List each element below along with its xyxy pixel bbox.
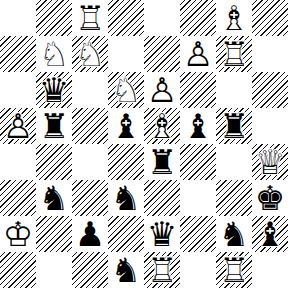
white-rook: ♖ bbox=[216, 252, 252, 288]
white-pawn: ♙ bbox=[180, 36, 216, 72]
square-c3[interactable] bbox=[72, 180, 108, 216]
white-king: ♔ bbox=[0, 216, 36, 252]
square-d3[interactable]: ♞♞ bbox=[108, 180, 144, 216]
white-bishop: ♗ bbox=[216, 0, 252, 36]
square-f4[interactable] bbox=[180, 144, 216, 180]
square-d4[interactable] bbox=[108, 144, 144, 180]
square-g1[interactable]: ♜♖ bbox=[216, 252, 252, 288]
square-b5[interactable]: ♜♜ bbox=[36, 108, 72, 144]
square-c4[interactable] bbox=[72, 144, 108, 180]
black-queen: ♛ bbox=[36, 72, 72, 108]
square-g5[interactable]: ♜♜ bbox=[216, 108, 252, 144]
black-bishop: ♝ bbox=[252, 216, 288, 252]
square-h7[interactable] bbox=[252, 36, 288, 72]
black-queen-fill: ♛ bbox=[36, 72, 72, 108]
black-pawn: ♟ bbox=[72, 216, 108, 252]
black-bishop: ♝ bbox=[180, 108, 216, 144]
square-e3[interactable] bbox=[144, 180, 180, 216]
white-pawn-fill: ♟ bbox=[180, 36, 216, 72]
square-a7[interactable] bbox=[0, 36, 36, 72]
square-h3[interactable]: ♚♚ bbox=[252, 180, 288, 216]
black-knight-fill: ♞ bbox=[36, 180, 72, 216]
square-e4[interactable]: ♜♜ bbox=[144, 144, 180, 180]
square-b4[interactable] bbox=[36, 144, 72, 180]
square-d6[interactable]: ♞♘ bbox=[108, 72, 144, 108]
square-b1[interactable] bbox=[36, 252, 72, 288]
square-e1[interactable]: ♜♖ bbox=[144, 252, 180, 288]
black-bishop-fill: ♝ bbox=[180, 108, 216, 144]
square-a4[interactable] bbox=[0, 144, 36, 180]
black-king-fill: ♚ bbox=[252, 180, 288, 216]
white-knight-fill: ♞ bbox=[36, 36, 72, 72]
square-f8[interactable] bbox=[180, 0, 216, 36]
square-c6[interactable] bbox=[72, 72, 108, 108]
square-h1[interactable] bbox=[252, 252, 288, 288]
black-knight-fill: ♞ bbox=[216, 216, 252, 252]
square-e8[interactable] bbox=[144, 0, 180, 36]
square-h8[interactable] bbox=[252, 0, 288, 36]
white-knight: ♘ bbox=[36, 36, 72, 72]
square-g2[interactable]: ♞♞ bbox=[216, 216, 252, 252]
white-bishop-fill: ♝ bbox=[216, 0, 252, 36]
square-g6[interactable] bbox=[216, 72, 252, 108]
square-f6[interactable] bbox=[180, 72, 216, 108]
white-rook: ♖ bbox=[144, 252, 180, 288]
white-knight: ♘ bbox=[108, 72, 144, 108]
square-d1[interactable]: ♞♞ bbox=[108, 252, 144, 288]
white-pawn: ♙ bbox=[0, 108, 36, 144]
black-rook: ♜ bbox=[36, 108, 72, 144]
white-knight-fill: ♞ bbox=[72, 36, 108, 72]
black-bishop: ♝ bbox=[108, 108, 144, 144]
white-rook-fill: ♜ bbox=[72, 0, 108, 36]
square-a8[interactable] bbox=[0, 0, 36, 36]
square-a6[interactable] bbox=[0, 72, 36, 108]
square-g8[interactable]: ♝♗ bbox=[216, 0, 252, 36]
square-e7[interactable] bbox=[144, 36, 180, 72]
black-rook-fill: ♜ bbox=[36, 108, 72, 144]
black-rook-fill: ♜ bbox=[144, 144, 180, 180]
square-d5[interactable]: ♝♝ bbox=[108, 108, 144, 144]
black-rook: ♜ bbox=[144, 144, 180, 180]
square-h5[interactable] bbox=[252, 108, 288, 144]
square-g4[interactable] bbox=[216, 144, 252, 180]
black-pawn-fill: ♟ bbox=[72, 216, 108, 252]
white-rook: ♖ bbox=[216, 36, 252, 72]
square-c2[interactable]: ♟♟ bbox=[72, 216, 108, 252]
square-e5[interactable]: ♝♗ bbox=[144, 108, 180, 144]
square-b8[interactable] bbox=[36, 0, 72, 36]
square-c1[interactable] bbox=[72, 252, 108, 288]
black-rook: ♜ bbox=[216, 108, 252, 144]
square-b6[interactable]: ♛♛ bbox=[36, 72, 72, 108]
black-king: ♚ bbox=[252, 180, 288, 216]
square-e2[interactable]: ♛♛ bbox=[144, 216, 180, 252]
white-knight: ♘ bbox=[72, 36, 108, 72]
black-knight-fill: ♞ bbox=[108, 252, 144, 288]
white-rook-fill: ♜ bbox=[144, 252, 180, 288]
white-rook: ♖ bbox=[72, 0, 108, 36]
square-b2[interactable] bbox=[36, 216, 72, 252]
square-d2[interactable] bbox=[108, 216, 144, 252]
white-queen: ♕ bbox=[252, 144, 288, 180]
white-pawn-fill: ♟ bbox=[144, 72, 180, 108]
square-b7[interactable]: ♞♘ bbox=[36, 36, 72, 72]
square-a1[interactable] bbox=[0, 252, 36, 288]
black-queen: ♛ bbox=[144, 216, 180, 252]
white-king-fill: ♚ bbox=[0, 216, 36, 252]
square-h6[interactable] bbox=[252, 72, 288, 108]
black-queen-fill: ♛ bbox=[144, 216, 180, 252]
square-g7[interactable]: ♜♖ bbox=[216, 36, 252, 72]
square-a2[interactable]: ♚♔ bbox=[0, 216, 36, 252]
square-f7[interactable]: ♟♙ bbox=[180, 36, 216, 72]
white-pawn-fill: ♟ bbox=[0, 108, 36, 144]
square-f2[interactable] bbox=[180, 216, 216, 252]
square-f1[interactable] bbox=[180, 252, 216, 288]
white-rook-fill: ♜ bbox=[216, 36, 252, 72]
white-bishop-fill: ♝ bbox=[144, 108, 180, 144]
white-bishop: ♗ bbox=[144, 108, 180, 144]
square-a5[interactable]: ♟♙ bbox=[0, 108, 36, 144]
square-h4[interactable]: ♛♕ bbox=[252, 144, 288, 180]
black-bishop-fill: ♝ bbox=[108, 108, 144, 144]
black-knight: ♞ bbox=[216, 216, 252, 252]
square-f3[interactable] bbox=[180, 180, 216, 216]
square-a3[interactable] bbox=[0, 180, 36, 216]
black-knight: ♞ bbox=[108, 252, 144, 288]
square-c8[interactable]: ♜♖ bbox=[72, 0, 108, 36]
black-knight-fill: ♞ bbox=[108, 180, 144, 216]
white-queen-fill: ♛ bbox=[252, 144, 288, 180]
square-e6[interactable]: ♟♙ bbox=[144, 72, 180, 108]
white-knight-fill: ♞ bbox=[108, 72, 144, 108]
square-g3[interactable] bbox=[216, 180, 252, 216]
white-pawn: ♙ bbox=[144, 72, 180, 108]
square-d8[interactable] bbox=[108, 0, 144, 36]
white-rook-fill: ♜ bbox=[216, 252, 252, 288]
black-bishop-fill: ♝ bbox=[252, 216, 288, 252]
square-b3[interactable]: ♞♞ bbox=[36, 180, 72, 216]
black-knight: ♞ bbox=[108, 180, 144, 216]
square-d7[interactable] bbox=[108, 36, 144, 72]
square-c5[interactable] bbox=[72, 108, 108, 144]
square-f5[interactable]: ♝♝ bbox=[180, 108, 216, 144]
black-knight: ♞ bbox=[36, 180, 72, 216]
chess-board: ♜♖♝♗♞♘♞♘♟♙♜♖♛♛♞♘♟♙♟♙♜♜♝♝♝♗♝♝♜♜♜♜♛♕♞♞♞♞♚♚… bbox=[0, 0, 288, 288]
black-rook-fill: ♜ bbox=[216, 108, 252, 144]
square-h2[interactable]: ♝♝ bbox=[252, 216, 288, 252]
square-c7[interactable]: ♞♘ bbox=[72, 36, 108, 72]
